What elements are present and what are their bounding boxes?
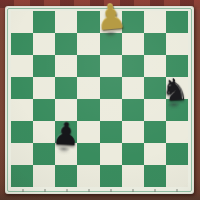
square-f1[interactable] [122, 165, 144, 187]
square-h1[interactable] [166, 165, 188, 187]
square-b1[interactable] [33, 165, 55, 187]
square-g2[interactable] [144, 143, 166, 165]
square-c6[interactable] [55, 55, 77, 77]
square-b6[interactable] [33, 55, 55, 77]
square-a1[interactable] [11, 165, 33, 187]
square-d1[interactable] [77, 165, 99, 187]
square-a3[interactable] [11, 121, 33, 143]
square-e2[interactable] [100, 143, 122, 165]
square-e1[interactable] [100, 165, 122, 187]
square-h7[interactable] [166, 33, 188, 55]
square-c5[interactable] [55, 77, 77, 99]
square-d2[interactable] [77, 143, 99, 165]
square-a2[interactable] [11, 143, 33, 165]
square-f4[interactable] [122, 99, 144, 121]
square-b7[interactable] [33, 33, 55, 55]
square-d5[interactable] [77, 77, 99, 99]
square-h2[interactable] [166, 143, 188, 165]
chess-mat: ♟♞♟ [5, 6, 194, 194]
photo-chessboard-scene: ♟♞♟ [0, 0, 200, 200]
square-e3[interactable] [100, 121, 122, 143]
square-c7[interactable] [55, 33, 77, 55]
piece-black-knight-h5[interactable]: ♞ [161, 74, 189, 105]
square-c8[interactable] [55, 11, 77, 33]
square-e6[interactable] [100, 55, 122, 77]
mat-edge-tick-marks [13, 189, 186, 192]
square-b5[interactable] [33, 77, 55, 99]
square-f2[interactable] [122, 143, 144, 165]
square-d6[interactable] [77, 55, 99, 77]
square-a8[interactable] [11, 11, 33, 33]
piece-white-pawn-e8[interactable]: ♟ [94, 0, 127, 35]
square-h3[interactable] [166, 121, 188, 143]
square-a7[interactable] [11, 33, 33, 55]
square-g8[interactable] [144, 11, 166, 33]
square-f3[interactable] [122, 121, 144, 143]
square-b8[interactable] [33, 11, 55, 33]
square-f7[interactable] [122, 33, 144, 55]
square-a5[interactable] [11, 77, 33, 99]
square-e5[interactable] [100, 77, 122, 99]
square-a4[interactable] [11, 99, 33, 121]
square-g3[interactable] [144, 121, 166, 143]
square-f6[interactable] [122, 55, 144, 77]
square-e4[interactable] [100, 99, 122, 121]
piece-shadow [101, 29, 120, 38]
table-surface-bottom [0, 193, 200, 200]
square-h8[interactable] [166, 11, 188, 33]
piece-black-pawn-c3[interactable]: ♟ [52, 118, 81, 150]
square-d3[interactable] [77, 121, 99, 143]
square-g7[interactable] [144, 33, 166, 55]
square-g1[interactable] [144, 165, 166, 187]
square-a6[interactable] [11, 55, 33, 77]
square-c1[interactable] [55, 165, 77, 187]
square-d7[interactable] [77, 33, 99, 55]
square-f5[interactable] [122, 77, 144, 99]
